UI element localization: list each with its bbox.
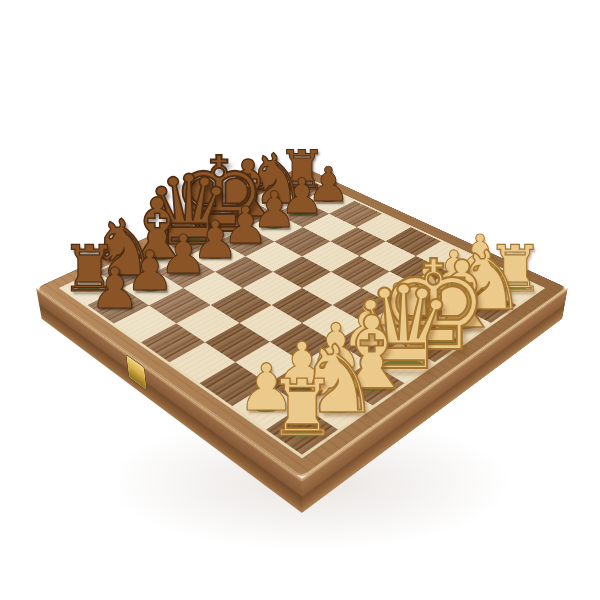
square-f1	[428, 305, 491, 342]
square-a7	[88, 288, 149, 323]
square-c3	[270, 323, 335, 362]
square-a3	[200, 362, 268, 406]
square-e1	[399, 323, 464, 362]
square-a4	[169, 342, 235, 383]
scene-3d	[0, 0, 600, 600]
square-b4	[205, 323, 270, 362]
square-a5	[141, 323, 206, 362]
square-c5	[210, 288, 271, 323]
square-c2	[302, 342, 368, 383]
product-photo-stage: ♜♞♝♛♚♝♞♜♟♟♟♟♟♟♟♟♟♟♟♟♟♟♟♟♜♞♝♛♚♝♞♜	[0, 0, 600, 600]
square-c4	[239, 305, 302, 342]
square-b2	[268, 362, 336, 406]
square-d2	[334, 323, 399, 362]
square-g1	[455, 288, 516, 323]
board-top-face	[36, 166, 568, 479]
chess-board-grid	[59, 175, 545, 459]
square-e3	[333, 288, 394, 323]
square-b6	[149, 288, 210, 323]
square-f2	[394, 288, 455, 323]
square-d3	[302, 305, 365, 342]
square-b3	[236, 342, 302, 383]
square-e2	[365, 305, 428, 342]
square-d1	[368, 342, 434, 383]
square-a1	[266, 406, 338, 455]
square-c1	[336, 362, 404, 406]
square-d4	[271, 288, 332, 323]
chess-box	[36, 166, 568, 479]
square-a2	[232, 383, 302, 429]
square-a6	[113, 305, 176, 342]
square-b1	[302, 383, 372, 429]
square-b5	[176, 305, 239, 342]
